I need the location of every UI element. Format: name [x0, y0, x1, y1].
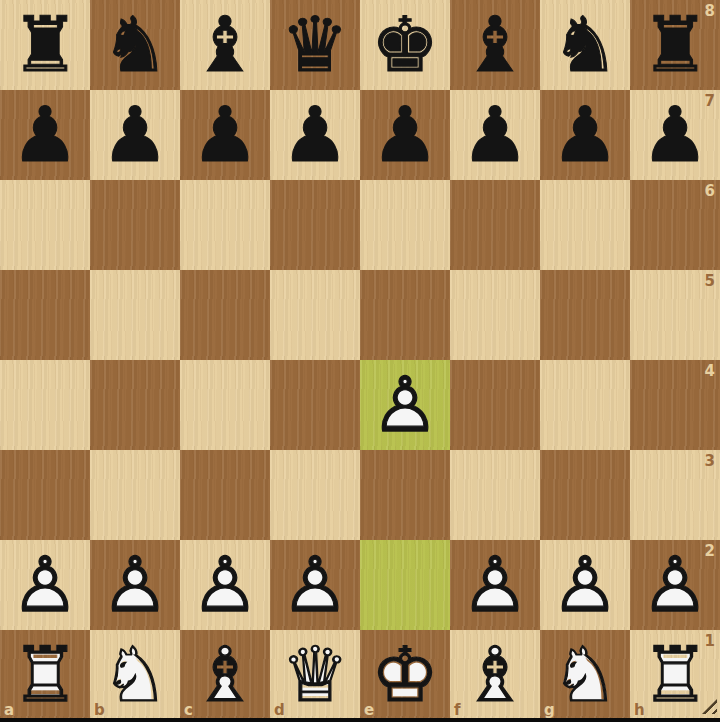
piece-solid-layer: ♞ — [540, 0, 630, 90]
square-h1[interactable]: ♜♖1h — [630, 630, 720, 720]
piece-outline-layer: ♗ — [450, 630, 540, 720]
piece-white-knight[interactable]: ♞♘ — [90, 630, 180, 720]
piece-black-king[interactable]: ♚ — [360, 0, 450, 90]
square-e1[interactable]: ♚♔e — [360, 630, 450, 720]
square-c8[interactable]: ♝ — [180, 0, 270, 90]
board-container: ♜♞♝♛♚♝♞♜8♟♟♟♟♟♟♟♟765♟♙43♟♙♟♙♟♙♟♙♟♙♟♙♟♙2♜… — [0, 0, 720, 722]
square-f8[interactable]: ♝ — [450, 0, 540, 90]
square-g6[interactable] — [540, 180, 630, 270]
square-c6[interactable] — [180, 180, 270, 270]
square-h2[interactable]: ♟♙2 — [630, 540, 720, 630]
piece-white-queen[interactable]: ♛♕ — [270, 630, 360, 720]
piece-black-pawn[interactable]: ♟ — [0, 90, 90, 180]
square-b7[interactable]: ♟ — [90, 90, 180, 180]
square-d3[interactable] — [270, 450, 360, 540]
square-h6[interactable]: 6 — [630, 180, 720, 270]
coord-rank-3: 3 — [705, 454, 715, 469]
square-f7[interactable]: ♟ — [450, 90, 540, 180]
square-f2[interactable]: ♟♙ — [450, 540, 540, 630]
square-g7[interactable]: ♟ — [540, 90, 630, 180]
square-e2[interactable] — [360, 540, 450, 630]
square-a7[interactable]: ♟ — [0, 90, 90, 180]
square-a8[interactable]: ♜ — [0, 0, 90, 90]
piece-white-rook[interactable]: ♜♖ — [630, 630, 720, 720]
piece-black-pawn[interactable]: ♟ — [450, 90, 540, 180]
piece-outline-layer: ♙ — [270, 540, 360, 630]
square-d4[interactable] — [270, 360, 360, 450]
piece-black-pawn[interactable]: ♟ — [270, 90, 360, 180]
square-h4[interactable]: 4 — [630, 360, 720, 450]
piece-solid-layer: ♛ — [270, 0, 360, 90]
square-e5[interactable] — [360, 270, 450, 360]
square-a4[interactable] — [0, 360, 90, 450]
piece-white-king[interactable]: ♚♔ — [360, 630, 450, 720]
square-g5[interactable] — [540, 270, 630, 360]
piece-outline-layer: ♙ — [180, 540, 270, 630]
square-b1[interactable]: ♞♘b — [90, 630, 180, 720]
square-d7[interactable]: ♟ — [270, 90, 360, 180]
piece-solid-layer: ♟ — [180, 90, 270, 180]
square-g1[interactable]: ♞♘g — [540, 630, 630, 720]
piece-white-pawn[interactable]: ♟♙ — [630, 540, 720, 630]
piece-solid-layer: ♜ — [630, 0, 720, 90]
square-c5[interactable] — [180, 270, 270, 360]
piece-white-rook[interactable]: ♜♖ — [0, 630, 90, 720]
square-g3[interactable] — [540, 450, 630, 540]
piece-black-bishop[interactable]: ♝ — [180, 0, 270, 90]
square-e8[interactable]: ♚ — [360, 0, 450, 90]
piece-black-pawn[interactable]: ♟ — [630, 90, 720, 180]
square-d6[interactable] — [270, 180, 360, 270]
piece-solid-layer: ♟ — [90, 90, 180, 180]
piece-outline-layer: ♖ — [630, 630, 720, 720]
square-d1[interactable]: ♛♕d — [270, 630, 360, 720]
square-g2[interactable]: ♟♙ — [540, 540, 630, 630]
square-d2[interactable]: ♟♙ — [270, 540, 360, 630]
square-b5[interactable] — [90, 270, 180, 360]
square-b4[interactable] — [90, 360, 180, 450]
piece-white-bishop[interactable]: ♝♗ — [180, 630, 270, 720]
piece-white-pawn[interactable]: ♟♙ — [360, 360, 450, 450]
square-a6[interactable] — [0, 180, 90, 270]
piece-white-pawn[interactable]: ♟♙ — [0, 540, 90, 630]
square-b8[interactable]: ♞ — [90, 0, 180, 90]
square-h8[interactable]: ♜8 — [630, 0, 720, 90]
square-f3[interactable] — [450, 450, 540, 540]
bottom-bar — [0, 718, 720, 722]
square-c4[interactable] — [180, 360, 270, 450]
piece-white-pawn[interactable]: ♟♙ — [180, 540, 270, 630]
piece-solid-layer: ♞ — [90, 0, 180, 90]
square-h7[interactable]: ♟7 — [630, 90, 720, 180]
square-f1[interactable]: ♝♗f — [450, 630, 540, 720]
square-a3[interactable] — [0, 450, 90, 540]
square-e7[interactable]: ♟ — [360, 90, 450, 180]
square-h5[interactable]: 5 — [630, 270, 720, 360]
square-e6[interactable] — [360, 180, 450, 270]
piece-outline-layer: ♔ — [360, 630, 450, 720]
square-a5[interactable] — [0, 270, 90, 360]
square-g8[interactable]: ♞ — [540, 0, 630, 90]
square-d5[interactable] — [270, 270, 360, 360]
square-a2[interactable]: ♟♙ — [0, 540, 90, 630]
square-f5[interactable] — [450, 270, 540, 360]
piece-solid-layer: ♟ — [0, 90, 90, 180]
piece-black-knight[interactable]: ♞ — [90, 0, 180, 90]
piece-outline-layer: ♙ — [540, 540, 630, 630]
piece-solid-layer: ♟ — [360, 90, 450, 180]
piece-solid-layer: ♟ — [270, 90, 360, 180]
piece-black-pawn[interactable]: ♟ — [540, 90, 630, 180]
square-c2[interactable]: ♟♙ — [180, 540, 270, 630]
piece-black-bishop[interactable]: ♝ — [450, 0, 540, 90]
chess-board: ♜♞♝♛♚♝♞♜8♟♟♟♟♟♟♟♟765♟♙43♟♙♟♙♟♙♟♙♟♙♟♙♟♙2♜… — [0, 0, 720, 720]
piece-solid-layer: ♚ — [360, 0, 450, 90]
piece-solid-layer: ♝ — [450, 0, 540, 90]
square-f4[interactable] — [450, 360, 540, 450]
square-d8[interactable]: ♛ — [270, 0, 360, 90]
piece-black-rook[interactable]: ♜ — [0, 0, 90, 90]
piece-outline-layer: ♙ — [630, 540, 720, 630]
piece-black-pawn[interactable]: ♟ — [90, 90, 180, 180]
piece-outline-layer: ♖ — [0, 630, 90, 720]
piece-white-pawn[interactable]: ♟♙ — [90, 540, 180, 630]
coord-rank-6: 6 — [705, 184, 715, 199]
piece-white-pawn[interactable]: ♟♙ — [450, 540, 540, 630]
piece-outline-layer: ♙ — [0, 540, 90, 630]
coord-rank-4: 4 — [705, 364, 715, 379]
piece-solid-layer: ♟ — [630, 90, 720, 180]
piece-solid-layer: ♜ — [0, 0, 90, 90]
square-b6[interactable] — [90, 180, 180, 270]
piece-black-queen[interactable]: ♛ — [270, 0, 360, 90]
square-e3[interactable] — [360, 450, 450, 540]
piece-outline-layer: ♙ — [360, 360, 450, 450]
square-e4[interactable]: ♟♙ — [360, 360, 450, 450]
square-h3[interactable]: 3 — [630, 450, 720, 540]
piece-black-rook[interactable]: ♜ — [630, 0, 720, 90]
piece-solid-layer: ♟ — [540, 90, 630, 180]
piece-white-pawn[interactable]: ♟♙ — [270, 540, 360, 630]
square-c1[interactable]: ♝♗c — [180, 630, 270, 720]
piece-black-pawn[interactable]: ♟ — [360, 90, 450, 180]
piece-outline-layer: ♘ — [540, 630, 630, 720]
piece-white-knight[interactable]: ♞♘ — [540, 630, 630, 720]
square-b3[interactable] — [90, 450, 180, 540]
square-b2[interactable]: ♟♙ — [90, 540, 180, 630]
piece-outline-layer: ♕ — [270, 630, 360, 720]
piece-solid-layer: ♟ — [450, 90, 540, 180]
piece-outline-layer: ♘ — [90, 630, 180, 720]
piece-black-pawn[interactable]: ♟ — [180, 90, 270, 180]
piece-white-pawn[interactable]: ♟♙ — [540, 540, 630, 630]
piece-outline-layer: ♙ — [450, 540, 540, 630]
square-a1[interactable]: ♜♖a — [0, 630, 90, 720]
square-c7[interactable]: ♟ — [180, 90, 270, 180]
square-f6[interactable] — [450, 180, 540, 270]
square-g4[interactable] — [540, 360, 630, 450]
piece-outline-layer: ♙ — [90, 540, 180, 630]
square-c3[interactable] — [180, 450, 270, 540]
piece-black-knight[interactable]: ♞ — [540, 0, 630, 90]
piece-white-bishop[interactable]: ♝♗ — [450, 630, 540, 720]
coord-rank-5: 5 — [705, 274, 715, 289]
piece-solid-layer: ♝ — [180, 0, 270, 90]
piece-outline-layer: ♗ — [180, 630, 270, 720]
